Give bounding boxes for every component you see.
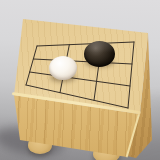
black-stone bbox=[84, 41, 115, 67]
grid-line-vertical-1 bbox=[26, 46, 37, 85]
white-stone bbox=[49, 56, 77, 80]
board-grid bbox=[0, 0, 160, 160]
grid-line-horizontal-1 bbox=[37, 42, 134, 46]
grid-line-horizontal-3 bbox=[30, 72, 130, 86]
grid-line-horizontal-4 bbox=[26, 85, 128, 108]
grid-line-horizontal-2 bbox=[33, 59, 132, 64]
photo-scene bbox=[0, 0, 160, 160]
grid-line-vertical-4 bbox=[128, 42, 134, 108]
